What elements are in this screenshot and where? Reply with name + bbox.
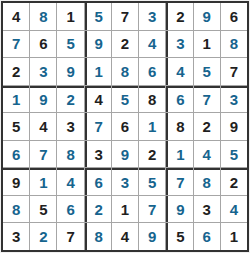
cell-digit: 9: [95, 36, 103, 51]
cell-r5c1[interactable]: 5: [3, 113, 29, 140]
cell-r1c8[interactable]: 9: [194, 3, 220, 30]
cell-digit: 7: [12, 36, 20, 51]
cell-digit: 1: [202, 36, 210, 51]
cell-digit: 8: [66, 147, 74, 162]
cell-digit: 5: [39, 202, 47, 217]
cell-r5c4[interactable]: 7: [85, 113, 111, 140]
cell-r1c2[interactable]: 8: [30, 3, 56, 30]
cell-digit: 3: [66, 119, 74, 134]
cell-digit: 3: [12, 229, 20, 244]
cell-r6c1[interactable]: 6: [3, 141, 29, 168]
cell-digit: 4: [95, 92, 103, 107]
cell-digit: 4: [12, 9, 20, 24]
cell-digit: 8: [121, 64, 129, 79]
cell-digit: 1: [39, 175, 47, 190]
cell-r1c4[interactable]: 5: [85, 3, 111, 30]
cell-r2c3[interactable]: 5: [57, 31, 83, 58]
cell-r7c3[interactable]: 4: [57, 168, 83, 195]
cell-digit: 6: [66, 202, 74, 217]
cell-r1c5[interactable]: 7: [112, 3, 138, 30]
cell-r3c2[interactable]: 3: [30, 58, 56, 85]
cell-r3c4[interactable]: 1: [85, 58, 111, 85]
cell-r8c1[interactable]: 8: [3, 196, 29, 223]
cell-digit: 5: [176, 229, 184, 244]
cell-r5c2[interactable]: 4: [30, 113, 56, 140]
cell-digit: 2: [230, 175, 238, 190]
cell-digit: 6: [230, 9, 238, 24]
cell-digit: 1: [230, 229, 238, 244]
cell-digit: 9: [148, 229, 156, 244]
cell-r4c5[interactable]: 5: [112, 86, 138, 113]
cell-digit: 3: [148, 9, 156, 24]
cell-r2c1[interactable]: 7: [3, 31, 29, 58]
cell-digit: 6: [95, 175, 103, 190]
cell-r5c7[interactable]: 8: [166, 113, 192, 140]
cell-digit: 3: [230, 92, 238, 107]
cell-r1c7[interactable]: 2: [166, 3, 192, 30]
cell-digit: 5: [95, 9, 103, 24]
cell-r4c8[interactable]: 7: [194, 86, 220, 113]
cell-r2c4[interactable]: 9: [85, 31, 111, 58]
cell-r8c7[interactable]: 9: [166, 196, 192, 223]
cell-r6c2[interactable]: 7: [30, 141, 56, 168]
cell-r2c8[interactable]: 1: [194, 31, 220, 58]
cell-r1c1[interactable]: 4: [3, 3, 29, 30]
cell-r9c5[interactable]: 4: [112, 223, 138, 250]
cell-r8c6[interactable]: 7: [139, 196, 165, 223]
cell-r4c3[interactable]: 2: [57, 86, 83, 113]
cell-r5c8[interactable]: 2: [194, 113, 220, 140]
cell-r7c6[interactable]: 5: [139, 168, 165, 195]
cell-digit: 7: [121, 9, 129, 24]
cell-r4c6[interactable]: 8: [139, 86, 165, 113]
cell-digit: 6: [148, 64, 156, 79]
cell-r3c1[interactable]: 2: [3, 58, 29, 85]
cell-r4c4[interactable]: 4: [85, 86, 111, 113]
cell-r2c9[interactable]: 8: [221, 31, 247, 58]
cell-r1c6[interactable]: 3: [139, 3, 165, 30]
cell-r6c3[interactable]: 8: [57, 141, 83, 168]
cell-digit: 7: [148, 202, 156, 217]
cell-r7c5[interactable]: 3: [112, 168, 138, 195]
cell-r3c7[interactable]: 4: [166, 58, 192, 85]
cell-digit: 9: [12, 175, 20, 190]
cell-digit: 5: [202, 64, 210, 79]
cell-r8c4[interactable]: 2: [85, 196, 111, 223]
cell-digit: 4: [202, 147, 210, 162]
cell-digit: 7: [39, 147, 47, 162]
cell-digit: 7: [202, 92, 210, 107]
cell-digit: 8: [148, 92, 156, 107]
cell-r8c2[interactable]: 5: [30, 196, 56, 223]
cell-digit: 9: [121, 147, 129, 162]
cell-r7c9[interactable]: 2: [221, 168, 247, 195]
cell-digit: 6: [202, 229, 210, 244]
cell-digit: 4: [148, 36, 156, 51]
cell-digit: 8: [176, 119, 184, 134]
cell-digit: 8: [95, 229, 103, 244]
cell-digit: 9: [66, 64, 74, 79]
cell-r9c6[interactable]: 9: [139, 223, 165, 250]
cell-r4c2[interactable]: 9: [30, 86, 56, 113]
cell-r8c5[interactable]: 1: [112, 196, 138, 223]
cell-digit: 2: [39, 229, 47, 244]
sudoku-board: 4815732967659243182391864571924586735437…: [1, 1, 249, 252]
cell-r8c9[interactable]: 4: [221, 196, 247, 223]
cell-digit: 6: [12, 147, 20, 162]
cell-digit: 3: [176, 36, 184, 51]
cell-r9c1[interactable]: 3: [3, 223, 29, 250]
cell-digit: 2: [148, 147, 156, 162]
cell-digit: 7: [230, 64, 238, 79]
cell-r6c9[interactable]: 5: [221, 141, 247, 168]
cell-r3c6[interactable]: 6: [139, 58, 165, 85]
cell-r3c3[interactable]: 9: [57, 58, 83, 85]
cell-r3c9[interactable]: 7: [221, 58, 247, 85]
cell-digit: 2: [121, 36, 129, 51]
cell-r6c4[interactable]: 3: [85, 141, 111, 168]
cell-digit: 5: [121, 92, 129, 107]
cell-r5c3[interactable]: 3: [57, 113, 83, 140]
cell-digit: 1: [95, 64, 103, 79]
cell-digit: 4: [66, 175, 74, 190]
cell-r8c3[interactable]: 6: [57, 196, 83, 223]
cell-digit: 4: [176, 64, 184, 79]
cell-digit: 6: [176, 92, 184, 107]
cell-digit: 2: [202, 119, 210, 134]
cell-digit: 2: [176, 9, 184, 24]
cell-r3c8[interactable]: 5: [194, 58, 220, 85]
cell-digit: 7: [176, 175, 184, 190]
cell-r6c6[interactable]: 2: [139, 141, 165, 168]
cell-digit: 8: [230, 36, 238, 51]
cell-digit: 6: [39, 36, 47, 51]
cell-r4c7[interactable]: 6: [166, 86, 192, 113]
cell-r2c7[interactable]: 3: [166, 31, 192, 58]
cell-r7c7[interactable]: 7: [166, 168, 192, 195]
cell-r7c8[interactable]: 8: [194, 168, 220, 195]
cell-digit: 4: [121, 229, 129, 244]
cell-digit: 3: [121, 175, 129, 190]
cell-digit: 1: [12, 92, 20, 107]
cell-r3c5[interactable]: 8: [112, 58, 138, 85]
cell-digit: 3: [95, 147, 103, 162]
cell-r7c1[interactable]: 9: [3, 168, 29, 195]
cell-r5c5[interactable]: 6: [112, 113, 138, 140]
cell-r4c1[interactable]: 1: [3, 86, 29, 113]
cell-digit: 1: [66, 9, 74, 24]
cell-r7c4[interactable]: 6: [85, 168, 111, 195]
cell-r6c5[interactable]: 9: [112, 141, 138, 168]
cell-r9c7[interactable]: 5: [166, 223, 192, 250]
cell-digit: 4: [39, 119, 47, 134]
cell-digit: 7: [66, 229, 74, 244]
cell-digit: 5: [66, 36, 74, 51]
cell-r9c2[interactable]: 2: [30, 223, 56, 250]
cell-digit: 5: [148, 175, 156, 190]
cell-digit: 9: [230, 119, 238, 134]
cell-digit: 6: [121, 119, 129, 134]
cell-r4c9[interactable]: 3: [221, 86, 247, 113]
cell-r9c9[interactable]: 1: [221, 223, 247, 250]
cell-digit: 4: [230, 202, 238, 217]
cell-r2c6[interactable]: 4: [139, 31, 165, 58]
cell-digit: 1: [176, 147, 184, 162]
cell-digit: 1: [148, 119, 156, 134]
cell-digit: 3: [39, 64, 47, 79]
cell-r5c9[interactable]: 9: [221, 113, 247, 140]
cell-digit: 9: [176, 202, 184, 217]
cell-r8c8[interactable]: 3: [194, 196, 220, 223]
cell-r6c7[interactable]: 1: [166, 141, 192, 168]
cell-digit: 5: [230, 147, 238, 162]
cell-r7c2[interactable]: 1: [30, 168, 56, 195]
cell-r9c8[interactable]: 6: [194, 223, 220, 250]
cell-r2c2[interactable]: 6: [30, 31, 56, 58]
cell-digit: 7: [95, 119, 103, 134]
cell-digit: 9: [202, 9, 210, 24]
cell-digit: 1: [121, 202, 129, 217]
cell-r6c8[interactable]: 4: [194, 141, 220, 168]
cell-digit: 5: [12, 119, 20, 134]
cell-r2c5[interactable]: 2: [112, 31, 138, 58]
cell-r9c4[interactable]: 8: [85, 223, 111, 250]
cell-r1c3[interactable]: 1: [57, 3, 83, 30]
cell-digit: 2: [95, 202, 103, 217]
cell-digit: 8: [39, 9, 47, 24]
cell-digit: 2: [66, 92, 74, 107]
cell-digit: 8: [12, 202, 20, 217]
cell-digit: 3: [202, 202, 210, 217]
cell-r9c3[interactable]: 7: [57, 223, 83, 250]
cell-digit: 8: [202, 175, 210, 190]
cell-digit: 9: [39, 92, 47, 107]
cell-r5c6[interactable]: 1: [139, 113, 165, 140]
cell-digit: 2: [12, 64, 20, 79]
sudoku-board-frame: 4815732967659243182391864571924586735437…: [0, 0, 250, 253]
cell-r1c9[interactable]: 6: [221, 3, 247, 30]
